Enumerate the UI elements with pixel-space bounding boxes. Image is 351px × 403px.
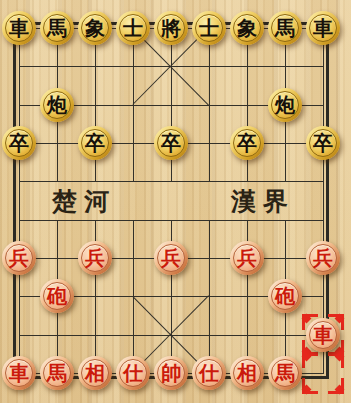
piece-black-soldier[interactable]: 卒 [230, 126, 264, 160]
piece-black-cannon[interactable]: 炮 [268, 88, 302, 122]
piece-glyph: 相 [233, 359, 261, 387]
piece-black-chariot[interactable]: 車 [306, 11, 340, 45]
piece-red-advisor[interactable]: 仕 [116, 356, 150, 390]
piece-black-elephant[interactable]: 象 [78, 11, 112, 45]
piece-glyph: 炮 [271, 91, 299, 119]
piece-glyph: 砲 [271, 282, 299, 310]
piece-glyph: 相 [81, 359, 109, 387]
piece-glyph: 兵 [233, 244, 261, 272]
piece-glyph: 馬 [271, 14, 299, 42]
piece-glyph: 卒 [81, 129, 109, 157]
grid-vline [209, 28, 210, 182]
piece-glyph: 車 [309, 321, 337, 349]
piece-red-soldier[interactable]: 兵 [154, 241, 188, 275]
piece-glyph: 帥 [157, 359, 185, 387]
piece-glyph: 象 [81, 14, 109, 42]
piece-glyph: 馬 [43, 359, 71, 387]
piece-black-general[interactable]: 將 [154, 11, 188, 45]
piece-red-advisor[interactable]: 仕 [192, 356, 226, 390]
piece-black-advisor[interactable]: 士 [192, 11, 226, 45]
piece-black-soldier[interactable]: 卒 [2, 126, 36, 160]
piece-glyph: 馬 [43, 14, 71, 42]
grid-vline [209, 220, 210, 374]
piece-glyph: 卒 [309, 129, 337, 157]
piece-glyph: 將 [157, 14, 185, 42]
piece-glyph: 卒 [5, 129, 33, 157]
piece-black-chariot[interactable]: 車 [2, 11, 36, 45]
piece-glyph: 兵 [157, 244, 185, 272]
piece-glyph: 卒 [233, 129, 261, 157]
piece-glyph: 炮 [43, 91, 71, 119]
piece-glyph: 兵 [81, 244, 109, 272]
marker-corner [328, 378, 344, 394]
piece-red-cannon[interactable]: 砲 [40, 279, 74, 313]
piece-glyph: 馬 [271, 359, 299, 387]
grid-vline [133, 28, 134, 182]
piece-red-general[interactable]: 帥 [154, 356, 188, 390]
piece-black-soldier[interactable]: 卒 [306, 126, 340, 160]
piece-red-soldier[interactable]: 兵 [306, 241, 340, 275]
piece-glyph: 士 [195, 14, 223, 42]
marker-corner [302, 378, 318, 394]
piece-red-elephant[interactable]: 相 [78, 356, 112, 390]
piece-black-soldier[interactable]: 卒 [154, 126, 188, 160]
xiangqi-board[interactable]: 楚河 漢界 車馬象士將士象馬車炮炮卒卒卒卒卒兵兵兵兵兵砲砲車車馬相仕帥仕相馬 [0, 0, 351, 403]
piece-black-horse[interactable]: 馬 [40, 11, 74, 45]
piece-red-horse[interactable]: 馬 [40, 356, 74, 390]
piece-red-elephant[interactable]: 相 [230, 356, 264, 390]
piece-glyph: 兵 [309, 244, 337, 272]
piece-black-cannon[interactable]: 炮 [40, 88, 74, 122]
last-move-marker-from [302, 352, 344, 394]
piece-red-cannon[interactable]: 砲 [268, 279, 302, 313]
river-label-chu-he: 楚河 [52, 185, 116, 218]
piece-glyph: 卒 [157, 129, 185, 157]
piece-red-soldier[interactable]: 兵 [2, 241, 36, 275]
grid-vline [19, 28, 20, 374]
piece-glyph: 象 [233, 14, 261, 42]
piece-glyph: 兵 [5, 244, 33, 272]
piece-black-advisor[interactable]: 士 [116, 11, 150, 45]
piece-black-elephant[interactable]: 象 [230, 11, 264, 45]
piece-black-soldier[interactable]: 卒 [78, 126, 112, 160]
piece-red-chariot[interactable]: 車 [2, 356, 36, 390]
piece-red-soldier[interactable]: 兵 [230, 241, 264, 275]
piece-glyph: 仕 [195, 359, 223, 387]
piece-glyph: 士 [119, 14, 147, 42]
piece-red-horse[interactable]: 馬 [268, 356, 302, 390]
piece-glyph: 車 [309, 14, 337, 42]
piece-glyph: 仕 [119, 359, 147, 387]
piece-glyph: 車 [5, 14, 33, 42]
river-label-han-jie: 漢界 [231, 185, 295, 218]
piece-glyph: 砲 [43, 282, 71, 310]
piece-black-horse[interactable]: 馬 [268, 11, 302, 45]
piece-glyph: 車 [5, 359, 33, 387]
piece-red-chariot[interactable]: 車 [306, 318, 340, 352]
piece-red-soldier[interactable]: 兵 [78, 241, 112, 275]
